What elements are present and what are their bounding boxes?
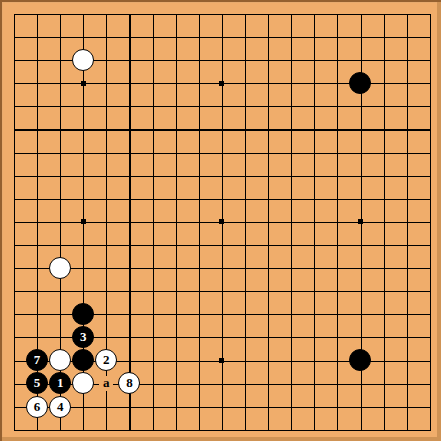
intersection xyxy=(95,418,118,441)
intersection xyxy=(118,164,141,187)
intersection xyxy=(49,418,72,441)
intersection xyxy=(326,280,349,303)
intersection xyxy=(210,395,233,418)
intersection xyxy=(187,326,210,349)
intersection xyxy=(2,141,25,164)
intersection xyxy=(210,141,233,164)
intersection xyxy=(395,187,418,210)
intersection xyxy=(280,210,303,233)
intersection xyxy=(187,49,210,72)
intersection xyxy=(187,418,210,441)
intersection xyxy=(303,49,326,72)
intersection xyxy=(164,164,187,187)
intersection xyxy=(280,326,303,349)
intersection: 1 xyxy=(49,372,72,395)
intersection xyxy=(72,141,95,164)
intersection xyxy=(326,2,349,25)
intersection xyxy=(164,326,187,349)
intersection xyxy=(372,95,395,118)
intersection xyxy=(118,418,141,441)
intersection xyxy=(72,187,95,210)
intersection xyxy=(349,372,372,395)
intersection xyxy=(326,303,349,326)
intersection xyxy=(256,118,279,141)
intersection xyxy=(303,256,326,279)
intersection xyxy=(118,187,141,210)
intersection xyxy=(395,418,418,441)
intersection xyxy=(118,233,141,256)
intersection xyxy=(256,141,279,164)
intersection xyxy=(372,49,395,72)
intersection xyxy=(326,210,349,233)
star-point xyxy=(81,219,86,224)
intersection xyxy=(187,141,210,164)
intersection xyxy=(164,349,187,372)
intersection xyxy=(233,280,256,303)
star-point xyxy=(219,358,224,363)
intersection xyxy=(26,326,49,349)
intersection xyxy=(118,210,141,233)
intersection xyxy=(72,118,95,141)
intersection xyxy=(141,256,164,279)
intersection xyxy=(49,26,72,49)
intersection xyxy=(49,95,72,118)
intersection xyxy=(349,303,372,326)
intersection xyxy=(349,256,372,279)
intersection xyxy=(280,164,303,187)
intersection xyxy=(233,372,256,395)
intersection xyxy=(280,187,303,210)
intersection xyxy=(187,187,210,210)
intersection xyxy=(187,2,210,25)
intersection xyxy=(210,326,233,349)
intersection xyxy=(141,280,164,303)
intersection xyxy=(280,395,303,418)
intersection xyxy=(26,256,49,279)
intersection xyxy=(233,349,256,372)
intersection xyxy=(72,233,95,256)
intersection xyxy=(326,49,349,72)
intersection: 6 xyxy=(26,395,49,418)
intersection xyxy=(280,141,303,164)
intersection xyxy=(372,141,395,164)
intersection: 3 xyxy=(72,326,95,349)
intersection xyxy=(118,395,141,418)
intersection xyxy=(303,303,326,326)
intersection xyxy=(141,164,164,187)
intersection xyxy=(395,164,418,187)
intersection xyxy=(2,2,25,25)
intersection xyxy=(72,210,95,233)
intersection xyxy=(2,187,25,210)
intersection xyxy=(256,326,279,349)
intersection xyxy=(26,418,49,441)
intersection xyxy=(256,187,279,210)
intersection xyxy=(303,349,326,372)
intersection xyxy=(326,95,349,118)
intersection xyxy=(187,349,210,372)
intersection xyxy=(418,303,441,326)
intersection xyxy=(280,72,303,95)
intersection xyxy=(26,72,49,95)
intersection xyxy=(372,164,395,187)
intersection xyxy=(372,2,395,25)
intersection xyxy=(26,303,49,326)
intersection xyxy=(95,2,118,25)
intersection xyxy=(210,349,233,372)
intersection xyxy=(395,141,418,164)
white-stone-move-2: 2 xyxy=(95,349,117,371)
intersection xyxy=(26,49,49,72)
intersection xyxy=(2,210,25,233)
intersection xyxy=(256,349,279,372)
intersection xyxy=(118,326,141,349)
intersection xyxy=(256,418,279,441)
intersection xyxy=(326,26,349,49)
intersection xyxy=(233,303,256,326)
intersection xyxy=(187,280,210,303)
board-grid: 37251a864 xyxy=(2,2,441,441)
intersection xyxy=(49,303,72,326)
intersection xyxy=(326,118,349,141)
intersection xyxy=(280,372,303,395)
black-stone xyxy=(72,349,94,371)
intersection xyxy=(2,280,25,303)
intersection xyxy=(49,49,72,72)
intersection xyxy=(418,26,441,49)
intersection xyxy=(303,118,326,141)
intersection xyxy=(141,233,164,256)
intersection xyxy=(72,256,95,279)
intersection xyxy=(26,233,49,256)
intersection xyxy=(141,372,164,395)
intersection xyxy=(95,95,118,118)
intersection xyxy=(187,395,210,418)
intersection xyxy=(141,187,164,210)
intersection xyxy=(233,164,256,187)
black-stone-move-1: 1 xyxy=(49,372,71,394)
intersection xyxy=(72,49,95,72)
intersection xyxy=(349,72,372,95)
intersection xyxy=(303,2,326,25)
intersection xyxy=(280,26,303,49)
intersection xyxy=(395,2,418,25)
intersection xyxy=(349,49,372,72)
intersection: 2 xyxy=(95,349,118,372)
intersection xyxy=(210,233,233,256)
intersection xyxy=(164,26,187,49)
intersection xyxy=(233,326,256,349)
intersection xyxy=(418,187,441,210)
intersection xyxy=(118,118,141,141)
intersection xyxy=(118,49,141,72)
intersection xyxy=(233,26,256,49)
intersection xyxy=(326,326,349,349)
intersection xyxy=(118,95,141,118)
intersection xyxy=(49,118,72,141)
intersection xyxy=(164,141,187,164)
intersection xyxy=(49,256,72,279)
intersection xyxy=(2,118,25,141)
white-stone xyxy=(49,349,71,371)
intersection xyxy=(210,49,233,72)
intersection xyxy=(95,233,118,256)
intersection xyxy=(280,2,303,25)
intersection xyxy=(95,395,118,418)
intersection xyxy=(95,256,118,279)
intersection xyxy=(418,49,441,72)
intersection xyxy=(187,118,210,141)
intersection xyxy=(49,233,72,256)
intersection xyxy=(372,395,395,418)
intersection xyxy=(395,372,418,395)
star-point xyxy=(358,219,363,224)
intersection xyxy=(210,280,233,303)
intersection xyxy=(326,187,349,210)
intersection xyxy=(349,187,372,210)
intersection xyxy=(164,280,187,303)
intersection xyxy=(49,2,72,25)
intersection xyxy=(395,233,418,256)
intersection xyxy=(372,26,395,49)
intersection xyxy=(164,187,187,210)
go-board: 37251a864 xyxy=(0,0,441,441)
intersection xyxy=(210,164,233,187)
intersection xyxy=(280,233,303,256)
intersection xyxy=(256,256,279,279)
intersection xyxy=(118,349,141,372)
intersection xyxy=(164,233,187,256)
intersection xyxy=(72,349,95,372)
intersection xyxy=(49,187,72,210)
star-point xyxy=(81,81,86,86)
intersection xyxy=(256,2,279,25)
intersection xyxy=(418,72,441,95)
intersection xyxy=(372,210,395,233)
intersection xyxy=(2,256,25,279)
intersection xyxy=(303,141,326,164)
intersection xyxy=(72,280,95,303)
intersection xyxy=(95,187,118,210)
intersection xyxy=(95,210,118,233)
intersection xyxy=(164,256,187,279)
intersection xyxy=(141,395,164,418)
intersection xyxy=(256,280,279,303)
star-point xyxy=(219,81,224,86)
intersection xyxy=(256,26,279,49)
intersection: 5 xyxy=(26,372,49,395)
intersection xyxy=(326,395,349,418)
intersection xyxy=(164,395,187,418)
white-stone-move-4: 4 xyxy=(49,396,71,418)
intersection xyxy=(256,95,279,118)
black-stone-move-3: 3 xyxy=(72,326,94,348)
intersection xyxy=(303,210,326,233)
intersection xyxy=(95,280,118,303)
intersection xyxy=(280,418,303,441)
intersection xyxy=(395,349,418,372)
intersection xyxy=(349,395,372,418)
intersection xyxy=(26,26,49,49)
intersection xyxy=(164,118,187,141)
intersection xyxy=(256,210,279,233)
intersection xyxy=(256,303,279,326)
intersection xyxy=(349,26,372,49)
intersection xyxy=(26,2,49,25)
black-stone xyxy=(72,303,94,325)
intersection xyxy=(418,2,441,25)
intersection xyxy=(95,49,118,72)
intersection xyxy=(303,280,326,303)
intersection xyxy=(118,280,141,303)
intersection xyxy=(372,418,395,441)
intersection xyxy=(210,118,233,141)
intersection xyxy=(303,395,326,418)
intersection xyxy=(164,303,187,326)
intersection xyxy=(187,72,210,95)
intersection xyxy=(95,303,118,326)
intersection xyxy=(349,2,372,25)
intersection xyxy=(303,164,326,187)
intersection xyxy=(326,164,349,187)
intersection xyxy=(372,326,395,349)
black-stone xyxy=(349,349,371,371)
intersection xyxy=(233,418,256,441)
intersection xyxy=(164,372,187,395)
intersection xyxy=(141,2,164,25)
intersection xyxy=(233,210,256,233)
intersection xyxy=(349,118,372,141)
black-stone xyxy=(349,72,371,94)
intersection: 7 xyxy=(26,349,49,372)
intersection xyxy=(418,372,441,395)
intersection xyxy=(95,118,118,141)
intersection xyxy=(395,26,418,49)
white-stone xyxy=(72,49,94,71)
intersection xyxy=(349,349,372,372)
intersection xyxy=(395,118,418,141)
intersection xyxy=(418,418,441,441)
intersection xyxy=(95,141,118,164)
intersection xyxy=(210,187,233,210)
intersection xyxy=(418,349,441,372)
intersection xyxy=(210,256,233,279)
intersection xyxy=(26,210,49,233)
intersection xyxy=(2,233,25,256)
intersection xyxy=(418,141,441,164)
intersection xyxy=(280,280,303,303)
intersection xyxy=(2,372,25,395)
intersection xyxy=(233,395,256,418)
intersection xyxy=(210,418,233,441)
intersection xyxy=(2,164,25,187)
intersection xyxy=(118,26,141,49)
intersection xyxy=(187,95,210,118)
intersection xyxy=(72,164,95,187)
intersection xyxy=(326,256,349,279)
intersection xyxy=(349,233,372,256)
intersection xyxy=(187,210,210,233)
intersection xyxy=(210,26,233,49)
intersection xyxy=(118,303,141,326)
intersection xyxy=(372,349,395,372)
intersection xyxy=(326,141,349,164)
intersection xyxy=(141,418,164,441)
intersection xyxy=(256,72,279,95)
intersection xyxy=(349,418,372,441)
intersection xyxy=(2,418,25,441)
intersection xyxy=(395,95,418,118)
intersection xyxy=(141,141,164,164)
intersection xyxy=(418,95,441,118)
intersection xyxy=(395,395,418,418)
intersection xyxy=(233,187,256,210)
intersection xyxy=(26,164,49,187)
intersection xyxy=(141,326,164,349)
intersection xyxy=(303,95,326,118)
intersection xyxy=(372,280,395,303)
intersection xyxy=(303,372,326,395)
intersection xyxy=(210,303,233,326)
intersection xyxy=(372,303,395,326)
intersection xyxy=(164,95,187,118)
intersection xyxy=(72,395,95,418)
intersection xyxy=(141,349,164,372)
intersection xyxy=(418,280,441,303)
intersection xyxy=(49,326,72,349)
intersection xyxy=(326,233,349,256)
intersection xyxy=(210,95,233,118)
intersection xyxy=(49,349,72,372)
intersection xyxy=(141,118,164,141)
intersection xyxy=(141,210,164,233)
intersection xyxy=(303,326,326,349)
intersection xyxy=(210,72,233,95)
intersection xyxy=(164,2,187,25)
intersection xyxy=(280,95,303,118)
intersection xyxy=(372,118,395,141)
intersection xyxy=(2,49,25,72)
white-stone-move-8: 8 xyxy=(118,372,140,394)
intersection xyxy=(349,210,372,233)
intersection xyxy=(372,233,395,256)
intersection xyxy=(280,349,303,372)
intersection xyxy=(233,141,256,164)
intersection xyxy=(210,2,233,25)
white-stone xyxy=(72,372,94,394)
intersection xyxy=(395,326,418,349)
intersection xyxy=(233,95,256,118)
intersection xyxy=(349,326,372,349)
intersection xyxy=(164,72,187,95)
intersection xyxy=(280,303,303,326)
intersection xyxy=(72,303,95,326)
intersection xyxy=(349,164,372,187)
intersection xyxy=(233,49,256,72)
intersection xyxy=(418,395,441,418)
intersection xyxy=(72,372,95,395)
intersection xyxy=(233,233,256,256)
intersection xyxy=(72,418,95,441)
star-point xyxy=(219,219,224,224)
intersection xyxy=(349,280,372,303)
intersection xyxy=(118,256,141,279)
intersection xyxy=(372,256,395,279)
intersection xyxy=(372,72,395,95)
intersection xyxy=(372,187,395,210)
intersection xyxy=(349,95,372,118)
intersection xyxy=(26,141,49,164)
